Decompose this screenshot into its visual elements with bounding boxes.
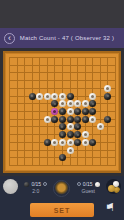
stone-white xyxy=(67,108,74,115)
gomoku-board[interactable] xyxy=(3,51,121,173)
stone-white xyxy=(89,93,96,100)
stone-white xyxy=(36,93,43,100)
match-emblem-icon xyxy=(53,180,70,197)
flag-icon[interactable]: ⚑ xyxy=(105,201,115,214)
stone-white xyxy=(44,93,51,100)
stone-black xyxy=(29,93,36,100)
stone-black xyxy=(82,116,89,123)
stone-white xyxy=(82,131,89,138)
stone-black xyxy=(74,139,81,146)
stone-black xyxy=(82,108,89,115)
right-counter-text: 0/15 xyxy=(83,181,93,187)
avatar-gold-stone2-icon xyxy=(114,187,120,193)
bottom-panel: 0/15 2:0 0/15 Guest SET xyxy=(0,176,124,220)
actions-row: SET ⚑ xyxy=(3,201,121,218)
set-button[interactable]: SET xyxy=(30,203,94,217)
stone-white xyxy=(67,147,74,154)
app-screen: ‹ Match Count - 47 ( Observer 32 ) 0/15 … xyxy=(0,0,124,220)
black-stone-icon xyxy=(24,182,29,187)
status-bar xyxy=(0,0,124,28)
left-player-avatar[interactable] xyxy=(3,179,18,194)
stone-white xyxy=(44,116,51,123)
right-counter: 0/15 xyxy=(77,181,100,187)
page-title: Match Count - 47 ( Observer 32 ) xyxy=(14,35,120,41)
stone-white xyxy=(59,139,66,146)
stone-white xyxy=(51,93,58,100)
left-player-block: 0/15 2:0 xyxy=(24,181,47,194)
stone-black xyxy=(44,139,51,146)
right-player-label: Guest xyxy=(77,188,100,194)
stone-black xyxy=(59,116,66,123)
header: ‹ Match Count - 47 ( Observer 32 ) xyxy=(0,28,124,48)
left-counter: 0/15 xyxy=(24,181,47,187)
stone-black xyxy=(67,131,74,138)
left-counter-text: 0/15 xyxy=(31,181,41,187)
stone-black xyxy=(74,116,81,123)
stone-white xyxy=(67,139,74,146)
left-player-label: 2:0 xyxy=(24,188,47,194)
right-dot-icon xyxy=(77,182,81,186)
stone-white xyxy=(67,100,74,107)
stone-white xyxy=(89,116,96,123)
stone-black xyxy=(67,93,74,100)
players-row: 0/15 2:0 0/15 Guest xyxy=(3,179,121,201)
stone-black xyxy=(67,116,74,123)
stone-white xyxy=(59,93,66,100)
right-player-avatar[interactable] xyxy=(106,179,121,194)
stone-black xyxy=(59,108,66,115)
stone-white xyxy=(82,139,89,146)
left-dot-icon xyxy=(43,182,47,186)
right-player-block: 0/15 Guest xyxy=(77,181,100,194)
board-area xyxy=(0,48,124,176)
stone-white xyxy=(67,123,74,130)
stone-black xyxy=(104,93,111,100)
white-stone-icon xyxy=(95,182,100,187)
stone-white xyxy=(82,100,89,107)
